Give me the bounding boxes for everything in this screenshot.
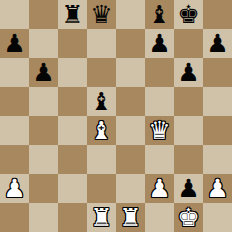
square-f7[interactable]: ♟ xyxy=(145,29,174,58)
square-h7[interactable]: ♟ xyxy=(203,29,232,58)
square-a6[interactable] xyxy=(0,58,29,87)
square-b5[interactable] xyxy=(29,87,58,116)
square-b8[interactable] xyxy=(29,0,58,29)
white-pawn[interactable]: ♟ xyxy=(148,174,170,203)
square-a4[interactable] xyxy=(0,116,29,145)
square-h5[interactable] xyxy=(203,87,232,116)
black-pawn[interactable]: ♟ xyxy=(32,58,54,87)
black-bishop[interactable]: ♝ xyxy=(90,87,112,116)
square-d6[interactable] xyxy=(87,58,116,87)
square-g7[interactable] xyxy=(174,29,203,58)
square-b4[interactable] xyxy=(29,116,58,145)
square-d1[interactable]: ♜ xyxy=(87,203,116,232)
square-g4[interactable] xyxy=(174,116,203,145)
square-e6[interactable] xyxy=(116,58,145,87)
white-bishop[interactable]: ♝ xyxy=(90,116,112,145)
square-a8[interactable] xyxy=(0,0,29,29)
square-f1[interactable] xyxy=(145,203,174,232)
white-rook[interactable]: ♜ xyxy=(90,203,112,232)
square-g6[interactable]: ♟ xyxy=(174,58,203,87)
black-pawn[interactable]: ♟ xyxy=(177,58,199,87)
square-b7[interactable] xyxy=(29,29,58,58)
black-rook[interactable]: ♜ xyxy=(61,0,83,29)
square-b6[interactable]: ♟ xyxy=(29,58,58,87)
square-e7[interactable] xyxy=(116,29,145,58)
square-h8[interactable] xyxy=(203,0,232,29)
square-a7[interactable]: ♟ xyxy=(0,29,29,58)
square-e3[interactable] xyxy=(116,145,145,174)
square-e5[interactable] xyxy=(116,87,145,116)
square-c2[interactable] xyxy=(58,174,87,203)
square-g3[interactable] xyxy=(174,145,203,174)
white-pawn[interactable]: ♟ xyxy=(206,174,228,203)
square-f3[interactable] xyxy=(145,145,174,174)
square-a1[interactable] xyxy=(0,203,29,232)
square-c7[interactable] xyxy=(58,29,87,58)
square-a3[interactable] xyxy=(0,145,29,174)
square-d5[interactable]: ♝ xyxy=(87,87,116,116)
black-pawn[interactable]: ♟ xyxy=(177,174,199,203)
square-h2[interactable]: ♟ xyxy=(203,174,232,203)
square-c8[interactable]: ♜ xyxy=(58,0,87,29)
square-f6[interactable] xyxy=(145,58,174,87)
square-d7[interactable] xyxy=(87,29,116,58)
square-e4[interactable] xyxy=(116,116,145,145)
square-b2[interactable] xyxy=(29,174,58,203)
black-bishop[interactable]: ♝ xyxy=(148,0,170,29)
square-a2[interactable]: ♟ xyxy=(0,174,29,203)
square-h1[interactable] xyxy=(203,203,232,232)
square-g2[interactable]: ♟ xyxy=(174,174,203,203)
square-e8[interactable] xyxy=(116,0,145,29)
square-g5[interactable] xyxy=(174,87,203,116)
square-g8[interactable]: ♚ xyxy=(174,0,203,29)
square-e1[interactable]: ♜ xyxy=(116,203,145,232)
square-h3[interactable] xyxy=(203,145,232,174)
white-queen[interactable]: ♛ xyxy=(148,116,170,145)
square-c4[interactable] xyxy=(58,116,87,145)
square-f2[interactable]: ♟ xyxy=(145,174,174,203)
square-g1[interactable]: ♚ xyxy=(174,203,203,232)
square-d3[interactable] xyxy=(87,145,116,174)
square-c3[interactable] xyxy=(58,145,87,174)
square-d8[interactable]: ♛ xyxy=(87,0,116,29)
square-b1[interactable] xyxy=(29,203,58,232)
square-a5[interactable] xyxy=(0,87,29,116)
square-b3[interactable] xyxy=(29,145,58,174)
white-pawn[interactable]: ♟ xyxy=(3,174,25,203)
black-king[interactable]: ♚ xyxy=(177,0,199,29)
square-f5[interactable] xyxy=(145,87,174,116)
square-d2[interactable] xyxy=(87,174,116,203)
square-f8[interactable]: ♝ xyxy=(145,0,174,29)
black-pawn[interactable]: ♟ xyxy=(3,29,25,58)
chess-board: ♜♛♝♚♟♟♟♟♟♝♝♛♟♟♟♟♜♜♚ xyxy=(0,0,232,232)
black-pawn[interactable]: ♟ xyxy=(148,29,170,58)
square-h6[interactable] xyxy=(203,58,232,87)
square-d4[interactable]: ♝ xyxy=(87,116,116,145)
square-c1[interactable] xyxy=(58,203,87,232)
square-e2[interactable] xyxy=(116,174,145,203)
square-h4[interactable] xyxy=(203,116,232,145)
black-queen[interactable]: ♛ xyxy=(90,0,112,29)
square-c5[interactable] xyxy=(58,87,87,116)
white-king[interactable]: ♚ xyxy=(177,203,199,232)
square-f4[interactable]: ♛ xyxy=(145,116,174,145)
black-pawn[interactable]: ♟ xyxy=(206,29,228,58)
square-c6[interactable] xyxy=(58,58,87,87)
white-rook[interactable]: ♜ xyxy=(119,203,141,232)
